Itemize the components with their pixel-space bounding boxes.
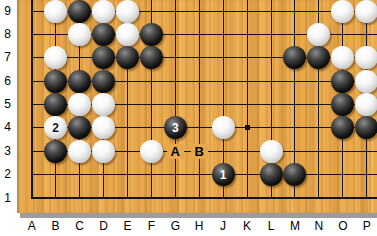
- grid-hline-1: [31, 197, 377, 199]
- column-coordinate-D: D: [96, 220, 112, 233]
- row-coordinate-7: 7: [0, 50, 15, 65]
- grid-vline-H: [199, 0, 200, 199]
- column-coordinate-J: J: [215, 220, 231, 233]
- column-coordinate-F: F: [143, 220, 159, 233]
- stone-black-J2-move-1: 1: [212, 163, 235, 186]
- stone-white-B9: [44, 0, 67, 23]
- column-coordinate-K: K: [239, 220, 255, 233]
- row-coordinate-4: 4: [0, 120, 15, 135]
- stone-black-B5: [44, 93, 67, 116]
- stone-white-E8: [116, 23, 139, 46]
- row-coordinate-2: 2: [0, 167, 15, 182]
- column-coordinate-M: M: [287, 220, 303, 233]
- column-coordinate-C: C: [72, 220, 88, 233]
- column-coordinate-N: N: [311, 220, 327, 233]
- stone-white-J4: [212, 116, 235, 139]
- stone-white-P9: [355, 0, 377, 23]
- point-label-B-H3: B: [191, 144, 208, 159]
- stone-white-P7: [355, 46, 377, 69]
- stone-white-L3: [260, 140, 283, 163]
- stone-white-P5: [355, 93, 377, 116]
- stone-black-D8: [92, 23, 115, 46]
- column-coordinate-G: G: [167, 220, 183, 233]
- stone-white-F3: [140, 140, 163, 163]
- row-coordinate-6: 6: [0, 74, 15, 89]
- row-coordinate-3: 3: [0, 144, 15, 159]
- stone-white-C5: [68, 93, 91, 116]
- grid-vline-G: [175, 0, 176, 199]
- go-diagram: 231 AB 987654321ABCDEFGHJKLMNOP: [0, 0, 377, 236]
- stone-white-O9: [331, 0, 354, 23]
- column-coordinate-B: B: [48, 220, 64, 233]
- column-coordinate-O: O: [335, 220, 351, 233]
- stone-white-C3: [68, 140, 91, 163]
- stone-white-D5: [92, 93, 115, 116]
- column-coordinate-H: H: [191, 220, 207, 233]
- grid-vline-A: [31, 0, 33, 199]
- stone-black-C9: [68, 0, 91, 23]
- stone-white-D3: [92, 140, 115, 163]
- grid-vline-K: [247, 0, 248, 199]
- stone-black-D6: [92, 70, 115, 93]
- stone-black-O6: [331, 70, 354, 93]
- column-coordinate-E: E: [119, 220, 135, 233]
- column-coordinate-P: P: [359, 220, 375, 233]
- point-label-A-G3: A: [167, 144, 184, 159]
- stone-white-D9: [92, 0, 115, 23]
- column-coordinate-L: L: [263, 220, 279, 233]
- stone-black-C6: [68, 70, 91, 93]
- stone-black-P4: [355, 116, 377, 139]
- stone-black-L2: [260, 163, 283, 186]
- board-shadow: [20, 213, 377, 218]
- stone-black-B6: [44, 70, 67, 93]
- row-coordinate-1: 1: [0, 191, 15, 206]
- grid-hline-2: [31, 174, 377, 175]
- stone-white-C8: [68, 23, 91, 46]
- column-coordinate-A: A: [24, 220, 40, 233]
- row-coordinate-8: 8: [0, 27, 15, 42]
- stone-black-F8: [140, 23, 163, 46]
- row-coordinate-5: 5: [0, 97, 15, 112]
- stone-black-F7: [140, 46, 163, 69]
- stone-white-P6: [355, 70, 377, 93]
- star-point-K4: [245, 125, 250, 130]
- stone-white-E9: [116, 0, 139, 23]
- stone-black-B3: [44, 140, 67, 163]
- row-coordinate-9: 9: [0, 4, 15, 19]
